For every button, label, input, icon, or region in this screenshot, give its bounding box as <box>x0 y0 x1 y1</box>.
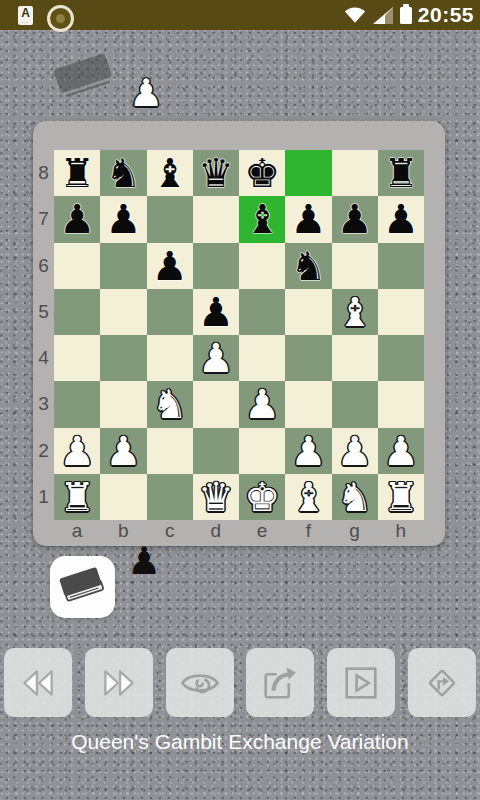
status-clock: 20:55 <box>418 3 474 27</box>
square-f8[interactable] <box>285 150 331 196</box>
white-bishop: ♝ <box>290 477 326 517</box>
play-button[interactable] <box>327 648 395 717</box>
black-pawn: ♟ <box>105 199 141 239</box>
double-left-arrow-icon <box>17 662 59 704</box>
black-knight: ♞ <box>290 246 326 286</box>
square-e6[interactable] <box>239 243 285 289</box>
black-pawn-glyph: ♟ <box>127 539 161 583</box>
square-h4[interactable] <box>378 335 424 381</box>
square-h6[interactable] <box>378 243 424 289</box>
black-pawn: ♟ <box>337 199 373 239</box>
black-pawn: ♟ <box>383 199 419 239</box>
square-c6[interactable]: ♟ <box>147 243 193 289</box>
opening-name: Queen's Gambit Exchange Variation <box>0 730 480 754</box>
white-pawn: ♟ <box>59 431 95 471</box>
captured-black-pawn: ♟ <box>122 542 166 580</box>
share-button[interactable] <box>246 648 314 717</box>
black-pawn: ♟ <box>198 292 234 332</box>
black-queen: ♛ <box>198 153 234 193</box>
file-label-h: h <box>378 520 424 542</box>
square-d4[interactable]: ♟ <box>193 335 239 381</box>
fast-forward-button[interactable] <box>85 648 153 717</box>
square-b7[interactable]: ♟ <box>100 196 146 242</box>
square-e5[interactable] <box>239 289 285 335</box>
keyboard-badge-dots: ... <box>22 19 29 23</box>
square-c3[interactable]: ♞ <box>147 381 193 427</box>
white-pawn: ♟ <box>337 431 373 471</box>
square-g7[interactable]: ♟ <box>332 196 378 242</box>
square-d1[interactable]: ♛ <box>193 474 239 520</box>
square-f2[interactable]: ♟ <box>285 428 331 474</box>
square-e2[interactable] <box>239 428 285 474</box>
square-g4[interactable] <box>332 335 378 381</box>
square-e7[interactable]: ♝ <box>239 196 285 242</box>
square-d5[interactable]: ♟ <box>193 289 239 335</box>
file-labels: abcdefgh <box>54 520 424 542</box>
record-circle-icon <box>47 5 74 32</box>
file-label-g: g <box>332 520 378 542</box>
square-b5[interactable] <box>100 289 146 335</box>
app-screen: A ... 20:55 ♟ 87654321 ♜♞♝♛♚♜♟♟♝♟♟♟♟♞ <box>0 0 480 800</box>
white-pawn-glyph: ♟ <box>129 71 163 115</box>
black-pawn: ♟ <box>59 199 95 239</box>
square-c2[interactable] <box>147 428 193 474</box>
rank-labels: 87654321 <box>33 150 54 520</box>
white-bishop: ♝ <box>337 292 373 332</box>
square-b3[interactable] <box>100 381 146 427</box>
black-bishop: ♝ <box>244 199 280 239</box>
keyboard-icon: A ... <box>18 6 33 25</box>
square-a3[interactable] <box>54 381 100 427</box>
white-knight: ♞ <box>337 477 373 517</box>
white-king: ♚ <box>244 477 280 517</box>
square-c5[interactable] <box>147 289 193 335</box>
file-label-a: a <box>54 520 100 542</box>
square-f1[interactable]: ♝ <box>285 474 331 520</box>
square-h5[interactable] <box>378 289 424 335</box>
square-a2[interactable]: ♟ <box>54 428 100 474</box>
eye-icon <box>178 661 222 705</box>
square-c7[interactable] <box>147 196 193 242</box>
wifi-icon <box>344 7 366 24</box>
white-rook: ♜ <box>59 477 95 517</box>
white-rook: ♜ <box>383 477 419 517</box>
route-diamond-icon <box>420 661 464 705</box>
white-pawn: ♟ <box>244 384 280 424</box>
battery-icon <box>400 7 412 24</box>
rewind-button[interactable] <box>4 648 72 717</box>
white-queen: ♛ <box>198 477 234 517</box>
square-d7[interactable] <box>193 196 239 242</box>
opening-book-icon <box>57 563 109 611</box>
file-label-d: d <box>193 520 239 542</box>
square-d2[interactable] <box>193 428 239 474</box>
square-a6[interactable] <box>54 243 100 289</box>
opening-book-button[interactable] <box>50 556 115 618</box>
rank-label-2: 2 <box>33 428 54 474</box>
square-f6[interactable]: ♞ <box>285 243 331 289</box>
square-g6[interactable] <box>332 243 378 289</box>
square-h2[interactable]: ♟ <box>378 428 424 474</box>
square-f4[interactable] <box>285 335 331 381</box>
opening-book-ghost-icon <box>50 48 122 112</box>
toolbar <box>0 648 480 717</box>
square-b1[interactable] <box>100 474 146 520</box>
square-e8[interactable]: ♚ <box>239 150 285 196</box>
square-b8[interactable]: ♞ <box>100 150 146 196</box>
double-right-arrow-icon <box>98 662 140 704</box>
rank-label-3: 3 <box>33 381 54 427</box>
white-pawn: ♟ <box>383 431 419 471</box>
square-a1[interactable]: ♜ <box>54 474 100 520</box>
square-h1[interactable]: ♜ <box>378 474 424 520</box>
board-squares: ♜♞♝♛♚♜♟♟♝♟♟♟♟♞♟♝♟♞♟♟♟♟♟♟♜♛♚♝♞♜ <box>54 150 424 520</box>
chess-board: 87654321 ♜♞♝♛♚♜♟♟♝♟♟♟♟♞♟♝♟♞♟♟♟♟♟♟♜♛♚♝♞♜ … <box>33 121 445 546</box>
square-e4[interactable] <box>239 335 285 381</box>
share-arrow-icon <box>258 661 302 705</box>
rank-label-6: 6 <box>33 243 54 289</box>
rank-label-4: 4 <box>33 335 54 381</box>
square-e3[interactable]: ♟ <box>239 381 285 427</box>
square-f7[interactable]: ♟ <box>285 196 331 242</box>
black-bishop: ♝ <box>152 153 188 193</box>
status-bar: A ... 20:55 <box>0 0 480 30</box>
analyze-button[interactable] <box>166 648 234 717</box>
square-c8[interactable]: ♝ <box>147 150 193 196</box>
play-triangle-icon <box>339 661 383 705</box>
square-f5[interactable] <box>285 289 331 335</box>
white-pawn: ♟ <box>105 431 141 471</box>
square-g3[interactable] <box>332 381 378 427</box>
cell-signal-icon <box>372 7 394 24</box>
black-knight: ♞ <box>105 153 141 193</box>
file-label-e: e <box>239 520 285 542</box>
square-h3[interactable] <box>378 381 424 427</box>
black-rook: ♜ <box>383 153 419 193</box>
square-g8[interactable] <box>332 150 378 196</box>
square-a7[interactable]: ♟ <box>54 196 100 242</box>
rank-label-1: 1 <box>33 474 54 520</box>
square-f3[interactable] <box>285 381 331 427</box>
square-h8[interactable]: ♜ <box>378 150 424 196</box>
square-a4[interactable] <box>54 335 100 381</box>
square-b2[interactable]: ♟ <box>100 428 146 474</box>
square-g1[interactable]: ♞ <box>332 474 378 520</box>
rank-label-8: 8 <box>33 150 54 196</box>
black-rook: ♜ <box>59 153 95 193</box>
rank-label-5: 5 <box>33 289 54 335</box>
square-d8[interactable]: ♛ <box>193 150 239 196</box>
square-g5[interactable]: ♝ <box>332 289 378 335</box>
square-c4[interactable] <box>147 335 193 381</box>
black-pawn: ♟ <box>152 246 188 286</box>
square-e1[interactable]: ♚ <box>239 474 285 520</box>
square-c1[interactable] <box>147 474 193 520</box>
file-label-f: f <box>285 520 331 542</box>
black-pawn: ♟ <box>290 199 326 239</box>
square-a8[interactable]: ♜ <box>54 150 100 196</box>
square-b4[interactable] <box>100 335 146 381</box>
variation-button[interactable] <box>408 648 476 717</box>
square-b6[interactable] <box>100 243 146 289</box>
square-h7[interactable]: ♟ <box>378 196 424 242</box>
white-knight: ♞ <box>152 384 188 424</box>
white-pawn: ♟ <box>290 431 326 471</box>
square-d3[interactable] <box>193 381 239 427</box>
square-g2[interactable]: ♟ <box>332 428 378 474</box>
square-d6[interactable] <box>193 243 239 289</box>
black-king: ♚ <box>244 153 280 193</box>
square-a5[interactable] <box>54 289 100 335</box>
rank-label-7: 7 <box>33 196 54 242</box>
captured-white-pawn: ♟ <box>128 74 164 112</box>
white-pawn: ♟ <box>198 338 234 378</box>
